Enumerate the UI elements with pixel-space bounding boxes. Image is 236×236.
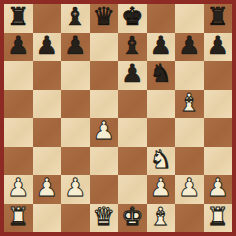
- black-rook-piece: ♜: [7, 4, 29, 32]
- square-f1[interactable]: ♝: [147, 204, 176, 233]
- square-a6[interactable]: [4, 61, 33, 90]
- square-e8[interactable]: ♚: [118, 4, 147, 33]
- square-d7[interactable]: [90, 33, 119, 62]
- square-a4[interactable]: [4, 118, 33, 147]
- square-a1[interactable]: ♜: [4, 204, 33, 233]
- black-pawn-piece: ♟: [178, 33, 200, 61]
- square-a7[interactable]: ♟: [4, 33, 33, 62]
- square-g2[interactable]: ♟: [175, 175, 204, 204]
- square-a8[interactable]: ♜: [4, 4, 33, 33]
- white-queen-piece: ♛: [93, 204, 115, 232]
- square-d6[interactable]: [90, 61, 119, 90]
- square-c1[interactable]: [61, 204, 90, 233]
- square-h5[interactable]: [204, 90, 233, 119]
- square-d5[interactable]: [90, 90, 119, 119]
- white-knight-piece: ♞: [150, 147, 172, 175]
- black-pawn-piece: ♟: [150, 33, 172, 61]
- square-c2[interactable]: ♟: [61, 175, 90, 204]
- square-e6[interactable]: ♟: [118, 61, 147, 90]
- square-c7[interactable]: ♟: [61, 33, 90, 62]
- square-f3[interactable]: ♞: [147, 147, 176, 176]
- black-pawn-piece: ♟: [121, 61, 143, 89]
- black-queen-piece: ♛: [93, 4, 115, 32]
- square-c4[interactable]: [61, 118, 90, 147]
- white-pawn-piece: ♟: [64, 175, 86, 203]
- white-pawn-piece: ♟: [150, 175, 172, 203]
- square-e5[interactable]: [118, 90, 147, 119]
- black-pawn-piece: ♟: [207, 33, 229, 61]
- square-g4[interactable]: [175, 118, 204, 147]
- square-h7[interactable]: ♟: [204, 33, 233, 62]
- black-pawn-piece: ♟: [36, 33, 58, 61]
- black-knight-piece: ♞: [150, 61, 172, 89]
- square-f7[interactable]: ♟: [147, 33, 176, 62]
- square-c5[interactable]: [61, 90, 90, 119]
- black-pawn-piece: ♟: [7, 33, 29, 61]
- square-b7[interactable]: ♟: [33, 33, 62, 62]
- square-f6[interactable]: ♞: [147, 61, 176, 90]
- black-bishop-piece: ♝: [64, 4, 86, 32]
- square-b1[interactable]: [33, 204, 62, 233]
- white-bishop-piece: ♝: [150, 204, 172, 232]
- white-rook-piece: ♜: [7, 204, 29, 232]
- white-pawn-piece: ♟: [36, 175, 58, 203]
- square-f5[interactable]: [147, 90, 176, 119]
- square-h6[interactable]: [204, 61, 233, 90]
- square-d2[interactable]: [90, 175, 119, 204]
- square-e4[interactable]: [118, 118, 147, 147]
- square-b6[interactable]: [33, 61, 62, 90]
- black-bishop-piece: ♝: [121, 33, 143, 61]
- square-c8[interactable]: ♝: [61, 4, 90, 33]
- square-g8[interactable]: [175, 4, 204, 33]
- square-e2[interactable]: [118, 175, 147, 204]
- square-f2[interactable]: ♟: [147, 175, 176, 204]
- square-c6[interactable]: [61, 61, 90, 90]
- square-h2[interactable]: ♟: [204, 175, 233, 204]
- square-a2[interactable]: ♟: [4, 175, 33, 204]
- square-e7[interactable]: ♝: [118, 33, 147, 62]
- chess-board: ♜♝♛♚♜♟♟♟♝♟♟♟♟♞♝♟♞♟♟♟♟♟♟♜♛♚♝♜: [4, 4, 232, 232]
- white-rook-piece: ♜: [207, 204, 229, 232]
- white-bishop-piece: ♝: [178, 90, 200, 118]
- square-c3[interactable]: [61, 147, 90, 176]
- square-g7[interactable]: ♟: [175, 33, 204, 62]
- white-pawn-piece: ♟: [93, 118, 115, 146]
- square-b3[interactable]: [33, 147, 62, 176]
- black-pawn-piece: ♟: [64, 33, 86, 61]
- square-h4[interactable]: [204, 118, 233, 147]
- square-d8[interactable]: ♛: [90, 4, 119, 33]
- square-d3[interactable]: [90, 147, 119, 176]
- square-g1[interactable]: [175, 204, 204, 233]
- square-d4[interactable]: ♟: [90, 118, 119, 147]
- square-h1[interactable]: ♜: [204, 204, 233, 233]
- chess-board-frame: ♜♝♛♚♜♟♟♟♝♟♟♟♟♞♝♟♞♟♟♟♟♟♟♜♛♚♝♜: [0, 0, 236, 236]
- white-pawn-piece: ♟: [178, 175, 200, 203]
- white-pawn-piece: ♟: [207, 175, 229, 203]
- square-f8[interactable]: [147, 4, 176, 33]
- black-king-piece: ♚: [121, 4, 143, 32]
- square-b8[interactable]: [33, 4, 62, 33]
- square-h3[interactable]: [204, 147, 233, 176]
- square-d1[interactable]: ♛: [90, 204, 119, 233]
- square-b2[interactable]: ♟: [33, 175, 62, 204]
- square-a3[interactable]: [4, 147, 33, 176]
- square-h8[interactable]: ♜: [204, 4, 233, 33]
- white-pawn-piece: ♟: [7, 175, 29, 203]
- square-e3[interactable]: [118, 147, 147, 176]
- square-g3[interactable]: [175, 147, 204, 176]
- square-b4[interactable]: [33, 118, 62, 147]
- square-a5[interactable]: [4, 90, 33, 119]
- square-e1[interactable]: ♚: [118, 204, 147, 233]
- square-b5[interactable]: [33, 90, 62, 119]
- square-g6[interactable]: [175, 61, 204, 90]
- square-g5[interactable]: ♝: [175, 90, 204, 119]
- white-king-piece: ♚: [121, 204, 143, 232]
- black-rook-piece: ♜: [207, 4, 229, 32]
- square-f4[interactable]: [147, 118, 176, 147]
